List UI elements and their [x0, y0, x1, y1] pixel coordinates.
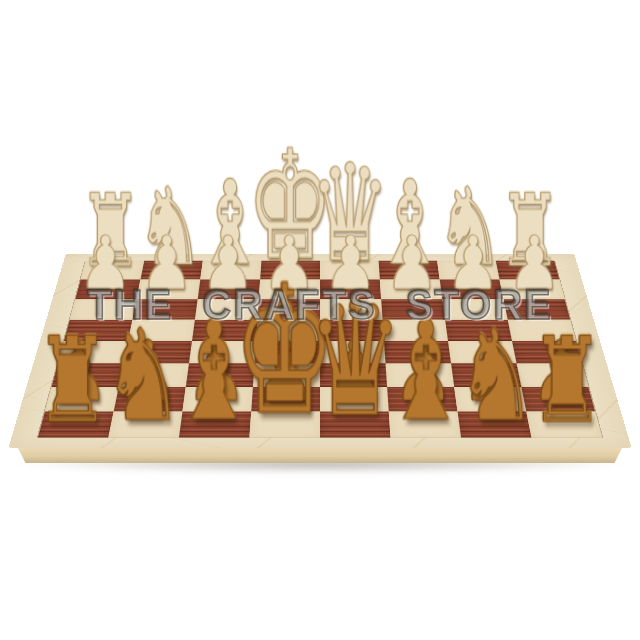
black-rook: ♜ [530, 322, 605, 439]
black-knight: ♞ [456, 313, 537, 440]
board-front-edge [8, 448, 632, 463]
chess-set-product-photo: ♜♞♝♚♛♝♞♜♟♟♟♟♟♟♟♟♟♟♟♟♟♟♟♟♜♞♝♚♛♝♞♜ THE CRA… [0, 0, 640, 640]
square-a8: ♜ [526, 412, 602, 438]
square-c8: ♝ [389, 412, 461, 438]
square-b8: ♞ [458, 412, 532, 438]
black-rook: ♜ [35, 322, 110, 439]
square-d8: ♛ [320, 412, 391, 438]
watermark-text: THE CRAFTS STORE [87, 281, 553, 328]
